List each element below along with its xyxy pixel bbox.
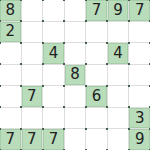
empty-cell-r5c7[interactable]	[129, 86, 150, 107]
empty-cell-r3c1[interactable]	[0, 43, 21, 64]
empty-cell-r5c6[interactable]	[108, 86, 129, 107]
given-cell-r7c2: 7	[22, 129, 43, 150]
given-cell-r7c3: 7	[43, 129, 64, 150]
empty-cell-r2c5[interactable]	[86, 22, 107, 43]
empty-cell-r6c1[interactable]	[0, 108, 21, 129]
empty-cell-r2c2[interactable]	[22, 22, 43, 43]
empty-cell-r7c5[interactable]	[86, 129, 107, 150]
given-cell-r1c6: 9	[108, 0, 129, 21]
empty-cell-r4c3[interactable]	[43, 65, 64, 86]
empty-cell-r4c1[interactable]	[0, 65, 21, 86]
empty-cell-r5c1[interactable]	[0, 86, 21, 107]
given-cell-r7c1: 7	[0, 129, 21, 150]
empty-cell-r3c4[interactable]	[65, 43, 86, 64]
given-cell-r4c4: 8	[65, 65, 86, 86]
puzzle-board: 879724487637779	[0, 0, 150, 150]
empty-cell-r4c5[interactable]	[86, 65, 107, 86]
empty-cell-r1c2[interactable]	[22, 0, 43, 21]
given-cell-r5c2: 7	[22, 86, 43, 107]
empty-cell-r6c5[interactable]	[86, 108, 107, 129]
empty-cell-r6c4[interactable]	[65, 108, 86, 129]
given-cell-r3c6: 4	[108, 43, 129, 64]
given-cell-r6c7: 3	[129, 108, 150, 129]
empty-cell-r7c6[interactable]	[108, 129, 129, 150]
empty-cell-r4c6[interactable]	[108, 65, 129, 86]
empty-cell-r2c3[interactable]	[43, 22, 64, 43]
empty-cell-r2c4[interactable]	[65, 22, 86, 43]
empty-cell-r1c3[interactable]	[43, 0, 64, 21]
empty-cell-r6c2[interactable]	[22, 108, 43, 129]
empty-cell-r3c7[interactable]	[129, 43, 150, 64]
empty-cell-r2c6[interactable]	[108, 22, 129, 43]
empty-cell-r5c3[interactable]	[43, 86, 64, 107]
empty-cell-r5c4[interactable]	[65, 86, 86, 107]
empty-cell-r7c4[interactable]	[65, 129, 86, 150]
empty-cell-r2c7[interactable]	[129, 22, 150, 43]
empty-cell-r6c6[interactable]	[108, 108, 129, 129]
empty-cell-r4c2[interactable]	[22, 65, 43, 86]
given-cell-r7c7: 9	[129, 129, 150, 150]
empty-cell-r4c7[interactable]	[129, 65, 150, 86]
given-cell-r1c7: 7	[129, 0, 150, 21]
given-cell-r1c5: 7	[86, 0, 107, 21]
empty-cell-r6c3[interactable]	[43, 108, 64, 129]
given-cell-r1c1: 8	[0, 0, 21, 21]
empty-cell-r3c5[interactable]	[86, 43, 107, 64]
empty-cell-r3c2[interactable]	[22, 43, 43, 64]
given-cell-r2c1: 2	[0, 22, 21, 43]
given-cell-r5c5: 6	[86, 86, 107, 107]
empty-cell-r1c4[interactable]	[65, 0, 86, 21]
given-cell-r3c3: 4	[43, 43, 64, 64]
